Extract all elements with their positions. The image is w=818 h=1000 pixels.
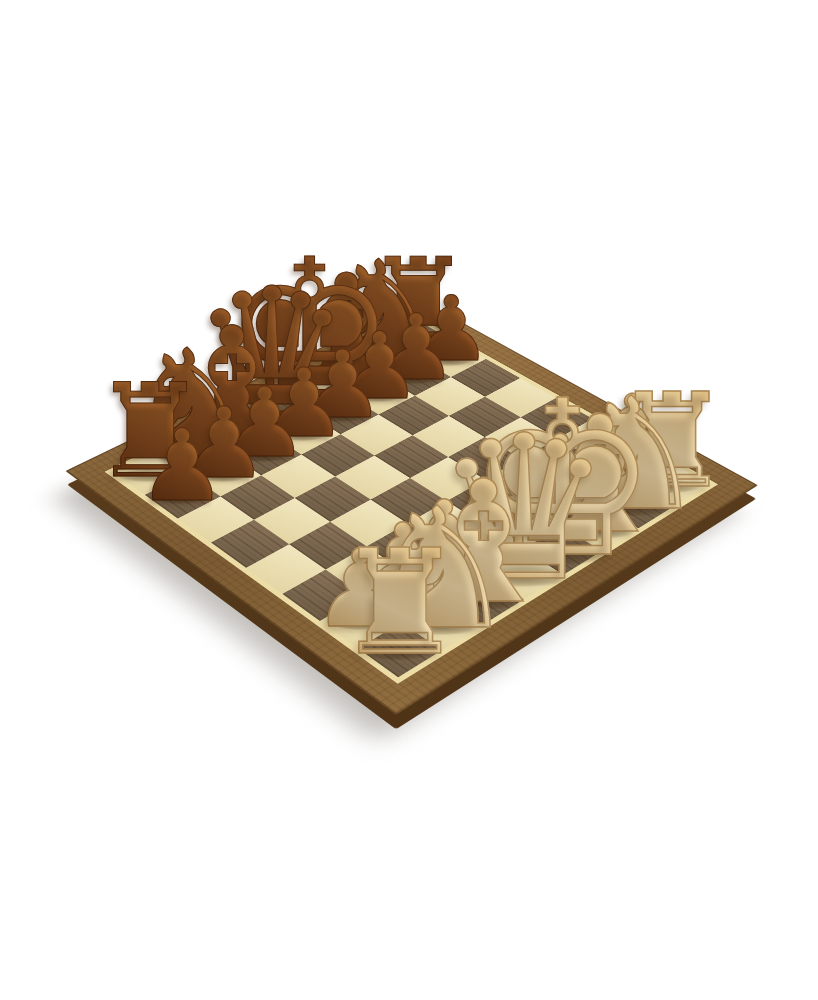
chess-set-product-photo: ♜♟♟♜♞♟♟♞♝♟♟♝♚♟♟♚♛♟♟♛♝♟♟♝♞♟♟♞♜♟♟♜ <box>0 0 818 1000</box>
chessboard-scene: ♜♟♟♜♞♟♟♞♝♟♟♝♚♟♟♚♛♟♟♛♝♟♟♝♞♟♟♞♜♟♟♜ <box>165 233 655 723</box>
chess-board <box>65 299 758 714</box>
board-grid <box>105 318 718 684</box>
